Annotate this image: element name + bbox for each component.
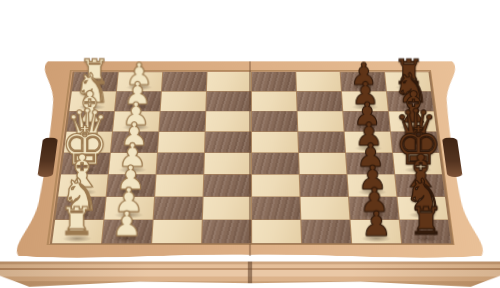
fold-seam-icon [249, 71, 251, 243]
chess-set-photo: ♜♟♟♜♞♟♟♞♝♟♟♝♛♟♟♛♚♟♟♚♝♟♟♝♞♟♟♞♜♟♟♜ [0, 0, 500, 288]
square-a4[interactable] [207, 72, 251, 91]
piece-black-pawn[interactable]: ♟ [361, 207, 391, 241]
board-3d-stage: ♜♟♟♜♞♟♟♞♝♟♟♝♛♟♟♛♚♟♟♚♝♟♟♝♞♟♟♞♜♟♟♜ [2, 57, 497, 262]
square-a6[interactable] [296, 72, 341, 91]
piece-black-rook[interactable]: ♜ [409, 202, 443, 240]
square-d6[interactable] [298, 132, 345, 153]
square-d3[interactable] [158, 132, 205, 153]
piece-white-rook[interactable]: ♜ [60, 202, 94, 240]
square-h7[interactable]: ♟ [351, 220, 402, 243]
chess-board: ♜♟♟♜♞♟♟♞♝♟♟♝♛♟♟♛♚♟♟♚♝♟♟♝♞♟♟♞♜♟♟♜ [50, 71, 454, 244]
square-d5[interactable] [252, 132, 298, 153]
square-g4[interactable] [203, 197, 251, 220]
square-b6[interactable] [297, 92, 342, 111]
square-e4[interactable] [204, 153, 251, 174]
square-f4[interactable] [204, 175, 251, 197]
square-g6[interactable] [301, 197, 350, 220]
square-g5[interactable] [252, 197, 300, 220]
square-a3[interactable] [162, 72, 207, 91]
square-f6[interactable] [300, 175, 348, 197]
square-e6[interactable] [299, 153, 346, 174]
piece-white-pawn[interactable]: ♟ [112, 207, 142, 241]
square-b4[interactable] [206, 92, 251, 111]
square-h3[interactable] [152, 220, 202, 243]
square-e3[interactable] [157, 153, 204, 174]
square-h8[interactable]: ♜ [400, 220, 451, 243]
square-h4[interactable] [202, 220, 251, 243]
square-f3[interactable] [155, 175, 203, 197]
square-h5[interactable] [252, 220, 301, 243]
square-g3[interactable] [154, 197, 203, 220]
square-a5[interactable] [252, 72, 296, 91]
square-f5[interactable] [252, 175, 299, 197]
square-h6[interactable] [301, 220, 351, 243]
square-d4[interactable] [205, 132, 251, 153]
square-b3[interactable] [161, 92, 206, 111]
board-front-edge [0, 261, 500, 286]
square-e5[interactable] [252, 153, 299, 174]
square-h2[interactable]: ♟ [102, 220, 152, 243]
square-b5[interactable] [252, 92, 297, 111]
square-h1[interactable]: ♜ [52, 220, 103, 243]
